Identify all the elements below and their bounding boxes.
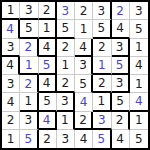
given-digit: 3 [116,77,124,89]
cell-r8c4[interactable]: 3 [57,130,75,148]
entered-digit: 4 [80,96,88,108]
cell-r8c8[interactable]: 5 [130,130,148,148]
cell-r1c5[interactable]: 2 [75,2,93,20]
entered-digit: 5 [98,133,106,145]
given-digit: 2 [116,114,124,126]
entered-digit: 5 [25,133,33,145]
given-digit: 5 [43,95,51,107]
given-digit: 1 [62,59,70,71]
cell-r2c3[interactable]: 1 [39,20,57,38]
given-digit: 4 [80,133,88,145]
cell-r6c2[interactable]: 1 [20,93,38,111]
given-digit: 2 [98,77,106,89]
cell-r8c5[interactable]: 4 [75,130,93,148]
given-digit: 4 [116,22,124,34]
given-digit: 2 [43,4,51,16]
given-digit: 1 [7,133,15,145]
cell-r5c3[interactable]: 4 [39,75,57,93]
cell-r2c2[interactable]: 5 [20,20,38,38]
cell-r2c6[interactable]: 5 [93,20,111,38]
cell-r6c8[interactable]: 4 [130,93,148,111]
cell-r6c1[interactable]: 4 [2,93,20,111]
cell-r3c7[interactable]: 3 [112,39,130,57]
entered-digit: 1 [98,59,106,71]
cell-r1c3[interactable]: 2 [39,2,57,20]
cell-r5c5[interactable]: 5 [75,75,93,93]
given-digit: 4 [135,59,143,71]
given-digit: 3 [98,5,106,17]
entered-digit: 2 [25,78,33,90]
cell-r5c8[interactable]: 1 [130,75,148,93]
cell-r1c7[interactable]: 2 [112,2,130,20]
suguru-board: 1323232345151545324242314151315432425231… [0,0,150,150]
given-digit: 5 [98,22,106,34]
cell-r7c7[interactable]: 2 [112,112,130,130]
cell-r1c6[interactable]: 3 [93,2,111,20]
cell-r4c4[interactable]: 1 [57,57,75,75]
cell-r3c2[interactable]: 2 [20,39,38,57]
cell-r2c8[interactable]: 5 [130,20,148,38]
cell-r8c7[interactable]: 4 [112,130,130,148]
cell-r5c7[interactable]: 3 [112,75,130,93]
cell-r7c4[interactable]: 1 [57,112,75,130]
entered-digit: 5 [43,59,51,71]
cell-r3c6[interactable]: 2 [93,39,111,57]
given-digit: 1 [25,95,33,107]
cell-r1c1[interactable]: 1 [2,2,20,20]
given-digit: 2 [80,5,88,17]
cell-r6c5[interactable]: 4 [75,93,93,111]
cell-r6c6[interactable]: 1 [93,93,111,111]
given-digit: 4 [79,41,87,53]
cell-r8c2[interactable]: 5 [20,130,38,148]
given-digit: 2 [43,133,51,145]
cell-r5c2[interactable]: 2 [20,75,38,93]
cell-r7c1[interactable]: 2 [2,112,20,130]
cell-r1c2[interactable]: 3 [20,2,38,20]
given-digit: 3 [7,78,15,90]
given-digit: 2 [7,114,15,126]
given-digit: 1 [7,4,15,16]
cell-r7c2[interactable]: 3 [20,112,38,130]
cell-r5c1[interactable]: 3 [2,75,20,93]
cell-r4c8[interactable]: 4 [130,57,148,75]
given-digit: 4 [116,133,124,145]
given-digit: 5 [135,133,143,145]
entered-digit: 3 [62,5,70,17]
given-digit: 2 [79,114,87,126]
cell-r2c7[interactable]: 4 [112,20,130,38]
cell-r8c3[interactable]: 2 [39,130,57,148]
cell-r4c3[interactable]: 5 [39,57,57,75]
entered-digit: 4 [6,23,14,35]
cell-r1c4[interactable]: 3 [57,2,75,20]
cell-r4c6[interactable]: 1 [93,57,111,75]
given-digit: 3 [25,4,33,16]
given-digit: 3 [62,133,70,145]
given-digit: 4 [6,59,14,71]
cell-r4c5[interactable]: 3 [75,57,93,75]
cell-r7c3[interactable]: 4 [39,112,57,130]
cell-r6c3[interactable]: 5 [39,93,57,111]
given-digit: 1 [80,23,88,35]
given-digit: 1 [43,22,51,34]
cell-r3c3[interactable]: 4 [39,39,57,57]
cell-r3c5[interactable]: 4 [75,39,93,57]
given-digit: 4 [43,77,51,89]
given-digit: 1 [135,78,143,90]
cell-r7c5[interactable]: 2 [75,112,93,130]
cell-r4c2[interactable]: 1 [20,57,38,75]
cell-r2c5[interactable]: 1 [75,20,93,38]
cell-r2c4[interactable]: 5 [57,20,75,38]
entered-digit: 2 [116,5,124,17]
cell-r3c8[interactable]: 1 [130,39,148,57]
entered-digit: 2 [25,41,33,53]
given-digit: 2 [62,41,70,53]
given-digit: 1 [135,41,143,53]
cell-r4c7[interactable]: 5 [112,57,130,75]
entered-digit: 5 [116,59,124,71]
entered-digit: 1 [25,59,33,71]
cell-r8c1[interactable]: 1 [2,130,20,148]
cell-r7c6[interactable]: 3 [93,112,111,130]
given-digit: 5 [25,22,33,34]
entered-digit: 4 [43,114,51,126]
cell-r4c1[interactable]: 4 [2,57,20,75]
given-digit: 4 [7,96,15,108]
entered-digit: 4 [135,95,143,107]
given-digit: 3 [61,95,69,107]
given-digit: 5 [135,23,143,35]
cell-r5c6[interactable]: 2 [93,75,111,93]
given-digit: 4 [43,41,51,53]
cell-r6c4[interactable]: 3 [57,93,75,111]
cell-r5c4[interactable]: 2 [57,75,75,93]
given-digit: 5 [62,22,70,34]
cell-r8c6[interactable]: 5 [93,130,111,148]
cell-r6c7[interactable]: 5 [112,93,130,111]
given-digit: 1 [61,114,69,126]
given-digit: 1 [98,95,106,107]
cell-r3c4[interactable]: 2 [57,39,75,57]
given-digit: 3 [79,59,87,71]
given-digit: 5 [79,78,87,90]
given-digit: 3 [116,41,124,53]
cell-r3c1[interactable]: 3 [2,39,20,57]
cell-r2c1[interactable]: 4 [2,20,20,38]
given-digit: 3 [135,5,143,17]
entered-digit: 3 [98,114,106,126]
given-digit: 1 [135,114,143,126]
given-digit: 2 [98,41,106,53]
cell-r1c8[interactable]: 3 [130,2,148,20]
given-digit: 3 [7,41,15,53]
given-digit: 2 [62,77,70,89]
cell-r7c8[interactable]: 1 [130,112,148,130]
given-digit: 3 [25,114,33,126]
given-digit: 5 [116,95,124,107]
